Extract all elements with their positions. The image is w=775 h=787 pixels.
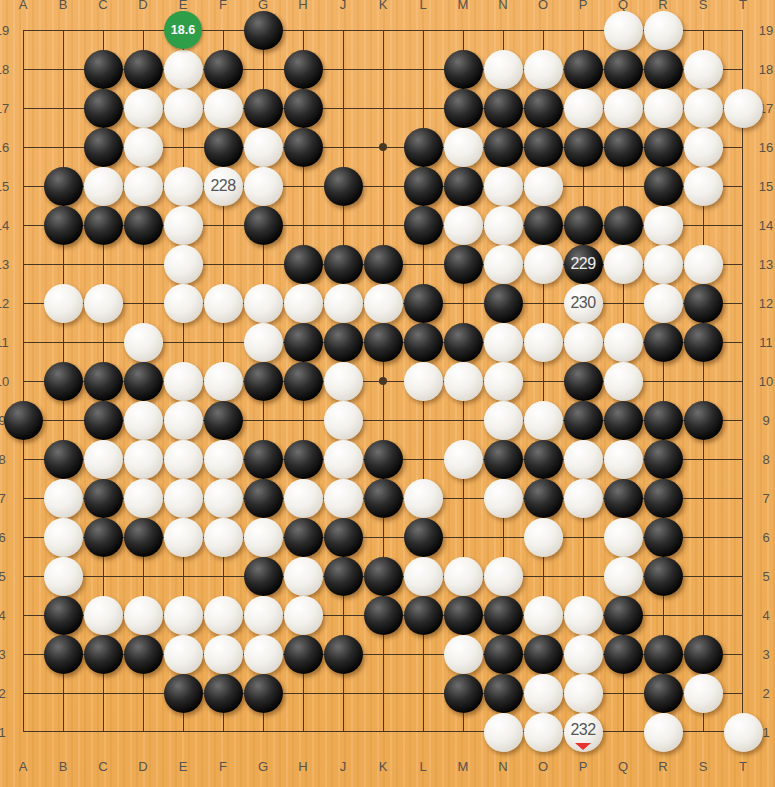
stone-white-F8[interactable] [204,440,243,479]
coord-row-right-19: 19 [756,23,775,38]
stone-black-C9[interactable] [84,401,123,440]
stone-white-R1[interactable] [644,713,683,752]
stone-white-S2[interactable] [684,674,723,713]
stone-white-E17[interactable] [164,89,203,128]
stone-black-G2[interactable] [244,674,283,713]
stone-black-R9[interactable] [644,401,683,440]
coord-col-top-K: K [373,0,393,12]
stone-white-O11[interactable] [524,323,563,362]
coord-col-bottom-D: D [133,759,153,774]
stone-black-R2[interactable] [644,674,683,713]
stone-white-G15[interactable] [244,167,283,206]
stone-white-N13[interactable] [484,245,523,284]
stone-white-F4[interactable] [204,596,243,635]
coord-col-bottom-C: C [93,759,113,774]
coord-row-left-10: 10 [0,374,12,389]
stone-white-S17[interactable] [684,89,723,128]
stone-black-G10[interactable] [244,362,283,401]
coord-col-bottom-E: E [173,759,193,774]
coord-row-right-11: 11 [756,335,775,350]
stone-white-P11[interactable] [564,323,603,362]
coord-row-right-2: 2 [756,686,775,701]
coord-row-left-16: 16 [0,140,12,155]
stone-black-C17[interactable] [84,89,123,128]
coord-row-right-14: 14 [756,218,775,233]
stone-black-N3[interactable] [484,635,523,674]
stone-black-Q14[interactable] [604,206,643,245]
stone-white-E6[interactable] [164,518,203,557]
stone-white-P1[interactable]: 232 [564,713,603,752]
stone-black-P18[interactable] [564,50,603,89]
stone-black-N4[interactable] [484,596,523,635]
coord-col-bottom-G: G [253,759,273,774]
coord-col-bottom-N: N [493,759,513,774]
stone-white-O13[interactable] [524,245,563,284]
stone-white-O15[interactable] [524,167,563,206]
coord-row-right-4: 4 [756,608,775,623]
stone-white-O18[interactable] [524,50,563,89]
stone-black-K4[interactable] [364,596,403,635]
stone-white-D15[interactable] [124,167,163,206]
stone-black-O7[interactable] [524,479,563,518]
stone-black-C10[interactable] [84,362,123,401]
coord-col-top-A: A [13,0,33,12]
coord-col-bottom-K: K [373,759,393,774]
stone-black-R5[interactable] [644,557,683,596]
stone-black-P14[interactable] [564,206,603,245]
go-board[interactable]: AABBCCDDEEFFGGHHJJKKLLMMNNOOPPQQRRSSTT19… [0,0,775,787]
stone-white-B7[interactable] [44,479,83,518]
move-number-label: 232 [570,722,595,738]
stone-white-M8[interactable] [444,440,483,479]
coord-row-right-8: 8 [756,452,775,467]
coord-row-left-1: 1 [0,725,12,740]
stone-white-B5[interactable] [44,557,83,596]
coord-row-left-2: 2 [0,686,12,701]
coord-col-top-O: O [533,0,553,12]
stone-black-Q18[interactable] [604,50,643,89]
stone-white-Q5[interactable] [604,557,643,596]
stone-white-D17[interactable] [124,89,163,128]
stone-white-M16[interactable] [444,128,483,167]
stone-white-M14[interactable] [444,206,483,245]
stone-black-J11[interactable] [324,323,363,362]
stone-white-C8[interactable] [84,440,123,479]
stone-black-M13[interactable] [444,245,483,284]
stone-black-H18[interactable] [284,50,323,89]
stone-black-M11[interactable] [444,323,483,362]
stone-white-E10[interactable] [164,362,203,401]
stone-white-F12[interactable] [204,284,243,323]
stone-black-M2[interactable] [444,674,483,713]
coord-col-bottom-F: F [213,759,233,774]
stone-black-G19[interactable] [244,11,283,50]
stone-black-R3[interactable] [644,635,683,674]
coord-row-right-12: 12 [756,296,775,311]
stone-black-N16[interactable] [484,128,523,167]
coord-row-right-16: 16 [756,140,775,155]
stone-white-E8[interactable] [164,440,203,479]
stone-white-C12[interactable] [84,284,123,323]
coord-row-right-7: 7 [756,491,775,506]
stone-black-O14[interactable] [524,206,563,245]
stone-black-B15[interactable] [44,167,83,206]
coord-row-left-12: 12 [0,296,12,311]
stone-black-J13[interactable] [324,245,363,284]
coord-col-top-B: B [53,0,73,12]
coord-row-left-19: 19 [0,23,12,38]
stone-black-M15[interactable] [444,167,483,206]
stone-black-R8[interactable] [644,440,683,479]
stone-white-N14[interactable] [484,206,523,245]
stone-white-O6[interactable] [524,518,563,557]
stone-white-Q6[interactable] [604,518,643,557]
stone-black-R18[interactable] [644,50,683,89]
stone-white-J12[interactable] [324,284,363,323]
stone-white-O4[interactable] [524,596,563,635]
stone-white-J10[interactable] [324,362,363,401]
stone-black-R6[interactable] [644,518,683,557]
stone-white-F17[interactable] [204,89,243,128]
move-number-label: 228 [210,178,235,194]
stone-black-N17[interactable] [484,89,523,128]
stone-white-D9[interactable] [124,401,163,440]
stone-white-F3[interactable] [204,635,243,674]
stone-black-F9[interactable] [204,401,243,440]
stone-black-N2[interactable] [484,674,523,713]
coord-col-top-F: F [213,0,233,12]
stone-black-P9[interactable] [564,401,603,440]
stone-black-D14[interactable] [124,206,163,245]
stone-white-P12[interactable]: 230 [564,284,603,323]
stone-white-N9[interactable] [484,401,523,440]
coord-col-top-D: D [133,0,153,12]
coord-col-top-L: L [413,0,433,12]
coord-col-top-C: C [93,0,113,12]
stone-white-E18[interactable] [164,50,203,89]
coord-col-bottom-M: M [453,759,473,774]
stone-white-N1[interactable] [484,713,523,752]
stone-white-S15[interactable] [684,167,723,206]
coord-row-left-14: 14 [0,218,12,233]
stone-white-F7[interactable] [204,479,243,518]
coord-col-top-T: T [733,0,753,12]
stone-black-G17[interactable] [244,89,283,128]
stone-white-E13[interactable] [164,245,203,284]
star-point-K16 [379,143,387,151]
stone-white-S18[interactable] [684,50,723,89]
stone-black-H8[interactable] [284,440,323,479]
stone-white-Q8[interactable] [604,440,643,479]
stone-white-R12[interactable] [644,284,683,323]
stone-black-J6[interactable] [324,518,363,557]
stone-black-F18[interactable] [204,50,243,89]
stone-black-B14[interactable] [44,206,83,245]
stone-black-F16[interactable] [204,128,243,167]
star-point-K10 [379,377,387,385]
stone-black-D10[interactable] [124,362,163,401]
stone-white-Q11[interactable] [604,323,643,362]
coord-col-top-N: N [493,0,513,12]
coord-row-left-17: 17 [0,101,12,116]
stone-white-G4[interactable] [244,596,283,635]
coord-col-bottom-Q: Q [613,759,633,774]
stone-white-E7[interactable] [164,479,203,518]
stone-white-C4[interactable] [84,596,123,635]
stone-white-D11[interactable] [124,323,163,362]
coord-row-right-5: 5 [756,569,775,584]
stone-white-J7[interactable] [324,479,363,518]
stone-black-G7[interactable] [244,479,283,518]
stone-white-B12[interactable] [44,284,83,323]
stone-black-C3[interactable] [84,635,123,674]
stone-white-D8[interactable] [124,440,163,479]
stone-black-F2[interactable] [204,674,243,713]
stone-white-E14[interactable] [164,206,203,245]
stone-black-D18[interactable] [124,50,163,89]
stone-black-H6[interactable] [284,518,323,557]
stone-black-G5[interactable] [244,557,283,596]
stone-white-D7[interactable] [124,479,163,518]
coord-row-left-5: 5 [0,569,12,584]
stone-black-R7[interactable] [644,479,683,518]
coord-col-top-M: M [453,0,473,12]
last-move-triangle-icon [575,743,591,750]
stone-black-K8[interactable] [364,440,403,479]
stone-black-O8[interactable] [524,440,563,479]
stone-black-B10[interactable] [44,362,83,401]
stone-white-R13[interactable] [644,245,683,284]
stone-black-M4[interactable] [444,596,483,635]
ai-suggestion-badge[interactable]: 18.6 [164,11,202,49]
stone-black-S9[interactable] [684,401,723,440]
stone-white-N10[interactable] [484,362,523,401]
coord-row-right-9: 9 [756,413,775,428]
stone-white-N5[interactable] [484,557,523,596]
stone-black-M17[interactable] [444,89,483,128]
stone-white-M5[interactable] [444,557,483,596]
coord-row-left-8: 8 [0,452,12,467]
coord-row-left-4: 4 [0,608,12,623]
stone-white-T17[interactable] [724,89,763,128]
coord-col-bottom-T: T [733,759,753,774]
stone-white-G6[interactable] [244,518,283,557]
stone-black-L4[interactable] [404,596,443,635]
coord-col-bottom-J: J [333,759,353,774]
stone-black-G8[interactable] [244,440,283,479]
stone-white-F15[interactable]: 228 [204,167,243,206]
coord-row-left-7: 7 [0,491,12,506]
stone-white-E3[interactable] [164,635,203,674]
coord-row-right-18: 18 [756,62,775,77]
coord-row-right-3: 3 [756,647,775,662]
move-number-label: 229 [570,256,595,272]
stone-white-N18[interactable] [484,50,523,89]
coord-row-right-15: 15 [756,179,775,194]
coord-row-left-15: 15 [0,179,12,194]
stone-black-R11[interactable] [644,323,683,362]
stone-black-L12[interactable] [404,284,443,323]
coord-col-bottom-H: H [293,759,313,774]
stone-black-D6[interactable] [124,518,163,557]
stone-black-H16[interactable] [284,128,323,167]
stone-black-L16[interactable] [404,128,443,167]
stone-white-N7[interactable] [484,479,523,518]
stone-white-L7[interactable] [404,479,443,518]
stone-white-Q10[interactable] [604,362,643,401]
stone-black-H17[interactable] [284,89,323,128]
stone-black-B8[interactable] [44,440,83,479]
coord-col-bottom-R: R [653,759,673,774]
coord-col-top-H: H [293,0,313,12]
stone-white-D16[interactable] [124,128,163,167]
stone-white-P4[interactable] [564,596,603,635]
stone-white-G11[interactable] [244,323,283,362]
stone-black-C16[interactable] [84,128,123,167]
stone-black-P10[interactable] [564,362,603,401]
stone-white-E15[interactable] [164,167,203,206]
stone-black-O17[interactable] [524,89,563,128]
stone-white-O2[interactable] [524,674,563,713]
stone-white-M10[interactable] [444,362,483,401]
stone-black-D3[interactable] [124,635,163,674]
stone-white-P8[interactable] [564,440,603,479]
stone-white-Q13[interactable] [604,245,643,284]
stone-white-P17[interactable] [564,89,603,128]
stone-white-L10[interactable] [404,362,443,401]
coord-col-bottom-B: B [53,759,73,774]
coord-col-top-P: P [573,0,593,12]
stone-white-P7[interactable] [564,479,603,518]
stone-white-T1[interactable] [724,713,763,752]
stone-white-B6[interactable] [44,518,83,557]
stone-black-Q7[interactable] [604,479,643,518]
coord-col-top-S: S [693,0,713,12]
stone-black-L11[interactable] [404,323,443,362]
stone-black-O16[interactable] [524,128,563,167]
stone-black-H11[interactable] [284,323,323,362]
stone-white-F10[interactable] [204,362,243,401]
stone-black-O3[interactable] [524,635,563,674]
stone-white-R14[interactable] [644,206,683,245]
stone-black-L14[interactable] [404,206,443,245]
stone-black-R16[interactable] [644,128,683,167]
stone-black-J3[interactable] [324,635,363,674]
coord-col-bottom-P: P [573,759,593,774]
coord-col-bottom-L: L [413,759,433,774]
stone-white-P2[interactable] [564,674,603,713]
stone-black-C6[interactable] [84,518,123,557]
stone-white-D4[interactable] [124,596,163,635]
stone-black-K13[interactable] [364,245,403,284]
coord-col-bottom-S: S [693,759,713,774]
stone-white-M3[interactable] [444,635,483,674]
stone-white-F6[interactable] [204,518,243,557]
stone-white-O1[interactable] [524,713,563,752]
stone-black-P16[interactable] [564,128,603,167]
stone-black-C14[interactable] [84,206,123,245]
stone-white-N11[interactable] [484,323,523,362]
stone-black-M18[interactable] [444,50,483,89]
stone-black-P13[interactable]: 229 [564,245,603,284]
stone-black-Q4[interactable] [604,596,643,635]
stone-black-J15[interactable] [324,167,363,206]
stone-black-B4[interactable] [44,596,83,635]
stone-black-C7[interactable] [84,479,123,518]
stone-white-H5[interactable] [284,557,323,596]
stone-black-S11[interactable] [684,323,723,362]
stone-black-J5[interactable] [324,557,363,596]
stone-black-S12[interactable] [684,284,723,323]
stone-white-E4[interactable] [164,596,203,635]
stone-black-H13[interactable] [284,245,323,284]
stone-white-H4[interactable] [284,596,323,635]
stone-white-O9[interactable] [524,401,563,440]
stone-black-K7[interactable] [364,479,403,518]
stone-white-L5[interactable] [404,557,443,596]
stone-black-B3[interactable] [44,635,83,674]
coord-row-left-18: 18 [0,62,12,77]
coord-col-bottom-A: A [13,759,33,774]
stone-white-N15[interactable] [484,167,523,206]
stone-black-C18[interactable] [84,50,123,89]
stone-black-N12[interactable] [484,284,523,323]
stone-white-G3[interactable] [244,635,283,674]
stone-black-L15[interactable] [404,167,443,206]
stone-black-L6[interactable] [404,518,443,557]
stone-white-Q19[interactable] [604,11,643,50]
stone-black-G14[interactable] [244,206,283,245]
coord-row-left-11: 11 [0,335,12,350]
stone-black-E2[interactable] [164,674,203,713]
stone-white-R19[interactable] [644,11,683,50]
stone-white-K12[interactable] [364,284,403,323]
stone-black-S3[interactable] [684,635,723,674]
stone-white-E9[interactable] [164,401,203,440]
stone-black-K5[interactable] [364,557,403,596]
stone-white-H12[interactable] [284,284,323,323]
stone-white-E12[interactable] [164,284,203,323]
stone-black-A9[interactable] [4,401,43,440]
coord-row-right-10: 10 [756,374,775,389]
stone-black-Q16[interactable] [604,128,643,167]
stone-white-R17[interactable] [644,89,683,128]
coord-row-left-3: 3 [0,647,12,662]
move-number-label: 230 [570,295,595,311]
stone-white-J9[interactable] [324,401,363,440]
stone-white-S13[interactable] [684,245,723,284]
coord-col-bottom-O: O [533,759,553,774]
stone-white-G12[interactable] [244,284,283,323]
stone-white-P3[interactable] [564,635,603,674]
stone-white-Q17[interactable] [604,89,643,128]
coord-row-left-13: 13 [0,257,12,272]
stone-black-N8[interactable] [484,440,523,479]
stone-white-C15[interactable] [84,167,123,206]
coord-row-right-6: 6 [756,530,775,545]
stone-black-Q9[interactable] [604,401,643,440]
stone-black-K11[interactable] [364,323,403,362]
stone-black-H10[interactable] [284,362,323,401]
stone-white-H7[interactable] [284,479,323,518]
stone-black-R15[interactable] [644,167,683,206]
stone-black-H3[interactable] [284,635,323,674]
coord-col-top-J: J [333,0,353,12]
stone-white-J8[interactable] [324,440,363,479]
stone-black-Q3[interactable] [604,635,643,674]
stone-white-G16[interactable] [244,128,283,167]
stone-white-S16[interactable] [684,128,723,167]
